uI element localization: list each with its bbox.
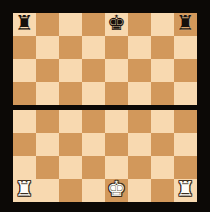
square-g4[interactable] (151, 110, 174, 133)
square-h8[interactable]: ♜ (174, 13, 197, 36)
square-d6[interactable] (82, 59, 105, 82)
square-d2[interactable] (82, 156, 105, 179)
square-c5[interactable] (59, 82, 82, 105)
piece-white-rook-a1[interactable]: ♜ (15, 179, 34, 201)
square-b5[interactable] (36, 82, 59, 105)
square-c4[interactable] (59, 110, 82, 133)
square-c8[interactable] (59, 13, 82, 36)
square-h2[interactable] (174, 156, 197, 179)
square-b2[interactable] (36, 156, 59, 179)
square-a6[interactable] (13, 59, 36, 82)
square-e4[interactable] (105, 110, 128, 133)
square-h1[interactable]: ♜ (174, 179, 197, 202)
square-c3[interactable] (59, 133, 82, 156)
square-b3[interactable] (36, 133, 59, 156)
square-b7[interactable] (36, 36, 59, 59)
square-a4[interactable] (13, 110, 36, 133)
piece-white-king-e1[interactable]: ♚ (107, 179, 126, 201)
chess-diagram: ♜♚♜ ♜♚♜ (0, 0, 210, 212)
square-h6[interactable] (174, 59, 197, 82)
square-f8[interactable] (128, 13, 151, 36)
square-f7[interactable] (128, 36, 151, 59)
piece-black-king-e8[interactable]: ♚ (107, 13, 126, 35)
square-g6[interactable] (151, 59, 174, 82)
square-b4[interactable] (36, 110, 59, 133)
piece-black-rook-h8[interactable]: ♜ (176, 13, 195, 35)
square-a1[interactable]: ♜ (13, 179, 36, 202)
square-f5[interactable] (128, 82, 151, 105)
square-f1[interactable] (128, 179, 151, 202)
square-g7[interactable] (151, 36, 174, 59)
square-h3[interactable] (174, 133, 197, 156)
square-e3[interactable] (105, 133, 128, 156)
square-a7[interactable] (13, 36, 36, 59)
square-b6[interactable] (36, 59, 59, 82)
square-f6[interactable] (128, 59, 151, 82)
square-g5[interactable] (151, 82, 174, 105)
square-a8[interactable]: ♜ (13, 13, 36, 36)
piece-black-rook-a8[interactable]: ♜ (15, 13, 34, 35)
board-top-half: ♜♚♜ (13, 13, 197, 105)
square-h7[interactable] (174, 36, 197, 59)
square-f3[interactable] (128, 133, 151, 156)
square-b1[interactable] (36, 179, 59, 202)
board-bottom-half: ♜♚♜ (13, 110, 197, 202)
square-g3[interactable] (151, 133, 174, 156)
square-a3[interactable] (13, 133, 36, 156)
square-b8[interactable] (36, 13, 59, 36)
square-d3[interactable] (82, 133, 105, 156)
square-d8[interactable] (82, 13, 105, 36)
square-e6[interactable] (105, 59, 128, 82)
square-c7[interactable] (59, 36, 82, 59)
square-d7[interactable] (82, 36, 105, 59)
square-d5[interactable] (82, 82, 105, 105)
square-e8[interactable]: ♚ (105, 13, 128, 36)
square-a2[interactable] (13, 156, 36, 179)
piece-white-rook-h1[interactable]: ♜ (176, 179, 195, 201)
square-a5[interactable] (13, 82, 36, 105)
square-g8[interactable] (151, 13, 174, 36)
square-e5[interactable] (105, 82, 128, 105)
square-e7[interactable] (105, 36, 128, 59)
square-c6[interactable] (59, 59, 82, 82)
square-c1[interactable] (59, 179, 82, 202)
square-g1[interactable] (151, 179, 174, 202)
square-d1[interactable] (82, 179, 105, 202)
square-c2[interactable] (59, 156, 82, 179)
square-g2[interactable] (151, 156, 174, 179)
square-f2[interactable] (128, 156, 151, 179)
square-h4[interactable] (174, 110, 197, 133)
square-h5[interactable] (174, 82, 197, 105)
square-d4[interactable] (82, 110, 105, 133)
square-e2[interactable] (105, 156, 128, 179)
square-f4[interactable] (128, 110, 151, 133)
square-e1[interactable]: ♚ (105, 179, 128, 202)
